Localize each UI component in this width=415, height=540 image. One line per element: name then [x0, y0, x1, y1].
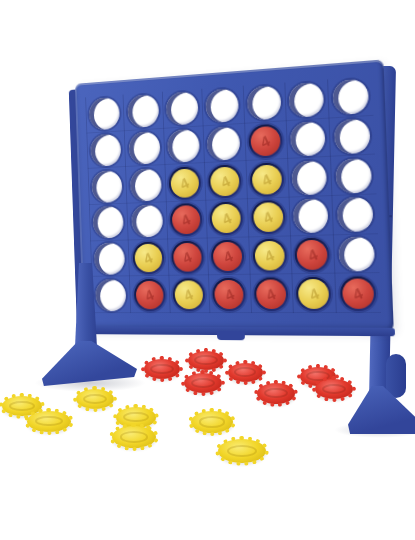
ground-disc-red-1[interactable] [144, 359, 180, 379]
red-disc[interactable] [213, 242, 243, 272]
board-grid [85, 76, 381, 313]
empty-hole [92, 170, 123, 203]
yellow-disc[interactable] [134, 244, 162, 273]
cell-r3-c3[interactable] [164, 163, 205, 202]
red-disc[interactable] [173, 243, 202, 272]
cell-r5-c6[interactable] [290, 235, 335, 275]
empty-hole [207, 126, 241, 161]
hole-with-disc [296, 276, 332, 310]
cell-r4-c7[interactable] [332, 194, 378, 235]
empty-hole [131, 205, 163, 238]
hole-with-disc [168, 166, 201, 200]
yellow-disc[interactable] [174, 280, 203, 309]
yellow-disc[interactable] [253, 202, 284, 232]
cell-r2-c7[interactable] [329, 115, 375, 157]
hole-with-disc [295, 238, 331, 273]
empty-hole [93, 206, 124, 239]
cell-r6-c7[interactable] [335, 273, 381, 313]
empty-hole [166, 91, 199, 126]
empty-hole [128, 131, 160, 165]
cell-r1-c4[interactable] [202, 86, 244, 126]
hole-with-disc [212, 277, 246, 310]
hole-with-disc [210, 202, 244, 236]
empty-hole [90, 133, 121, 166]
cell-r3-c7[interactable] [331, 155, 377, 196]
cell-r2-c1[interactable] [86, 131, 125, 169]
cell-r2-c6[interactable] [286, 118, 331, 159]
cell-r4-c4[interactable] [206, 199, 248, 238]
hole-with-disc [132, 242, 164, 275]
cell-r2-c3[interactable] [163, 126, 204, 165]
cell-r4-c2[interactable] [127, 202, 167, 240]
yellow-disc[interactable] [170, 168, 199, 198]
red-disc[interactable] [250, 126, 281, 157]
ground-disc-red-3[interactable] [184, 373, 222, 393]
empty-hole [206, 88, 240, 123]
ground-disc-yellow-14[interactable] [218, 439, 266, 463]
ground-disc-red-4[interactable] [228, 363, 263, 382]
red-disc[interactable] [297, 240, 328, 270]
empty-hole [89, 97, 120, 131]
hole-with-disc [254, 277, 289, 311]
red-disc[interactable] [135, 280, 163, 308]
hole-with-disc [133, 278, 165, 310]
cell-r6-c1[interactable] [91, 277, 130, 314]
cell-r3-c2[interactable] [126, 165, 166, 203]
yellow-disc[interactable] [298, 279, 329, 309]
cell-r3-c1[interactable] [88, 167, 127, 205]
empty-hole [292, 160, 328, 195]
empty-hole [129, 168, 161, 201]
empty-hole [127, 94, 159, 128]
hole-with-disc [171, 241, 204, 274]
cell-r6-c2[interactable] [129, 276, 169, 313]
hole-with-disc [339, 276, 376, 311]
ground-disc-red-5[interactable] [257, 383, 295, 404]
cell-r5-c2[interactable] [128, 239, 168, 276]
cell-r4-c1[interactable] [89, 204, 128, 241]
cell-r5-c1[interactable] [90, 240, 129, 277]
empty-hole [167, 129, 200, 163]
cell-r3-c6[interactable] [287, 157, 332, 198]
cell-r6-c6[interactable] [292, 274, 337, 313]
ground-disc-red-2[interactable] [188, 351, 224, 370]
empty-hole [293, 199, 329, 234]
cell-r5-c4[interactable] [207, 237, 249, 275]
ground-disc-yellow-10[interactable] [76, 389, 114, 409]
connect-four-scene [0, 0, 415, 540]
cell-r1-c7[interactable] [328, 76, 374, 118]
hole-with-disc [252, 239, 287, 273]
empty-hole [95, 279, 126, 311]
hole-with-disc [251, 200, 286, 234]
empty-hole [337, 197, 374, 232]
empty-hole [332, 79, 369, 116]
right-stand-foot [348, 386, 415, 434]
cell-r1-c5[interactable] [242, 83, 285, 124]
red-disc[interactable] [215, 280, 245, 309]
empty-hole [335, 158, 372, 194]
cell-r5-c3[interactable] [167, 238, 208, 276]
hole-with-disc [170, 203, 203, 237]
cell-r1-c3[interactable] [162, 89, 203, 129]
hole-with-disc [250, 162, 285, 197]
hole-with-disc [208, 164, 242, 198]
cell-r6-c4[interactable] [208, 275, 250, 313]
cell-r5-c7[interactable] [333, 234, 379, 274]
cell-r1-c1[interactable] [85, 95, 124, 134]
board-frame [75, 59, 394, 331]
red-disc[interactable] [256, 279, 287, 309]
cell-r6-c5[interactable] [249, 275, 293, 314]
cell-r4-c3[interactable] [166, 201, 207, 239]
cell-r3-c5[interactable] [245, 159, 289, 199]
red-disc[interactable] [172, 205, 201, 234]
board [75, 59, 394, 331]
board-base-tab [217, 331, 245, 340]
empty-hole [334, 118, 371, 154]
red-disc[interactable] [342, 278, 374, 308]
yellow-disc[interactable] [254, 241, 285, 271]
cell-r4-c5[interactable] [247, 198, 291, 237]
hole-with-disc [172, 278, 205, 311]
ground-disc-yellow-9[interactable] [27, 411, 71, 432]
cell-r3-c4[interactable] [204, 161, 246, 200]
ground-disc-red-7[interactable] [315, 379, 353, 399]
yellow-disc[interactable] [210, 166, 240, 196]
cell-r5-c5[interactable] [248, 236, 292, 275]
yellow-disc[interactable] [212, 204, 242, 234]
ground-disc-yellow-13[interactable] [191, 411, 233, 433]
ground-disc-yellow-12[interactable] [112, 426, 156, 448]
cell-r6-c3[interactable] [168, 276, 209, 313]
cell-r2-c4[interactable] [203, 124, 245, 164]
right-stand-heel [386, 354, 406, 398]
empty-hole [290, 121, 326, 157]
empty-hole [289, 82, 325, 118]
empty-hole [94, 242, 125, 274]
cell-r1-c6[interactable] [284, 79, 329, 121]
empty-hole [338, 236, 375, 271]
cell-r2-c2[interactable] [124, 129, 164, 168]
yellow-disc[interactable] [252, 164, 283, 195]
empty-hole [247, 85, 282, 121]
cell-r2-c5[interactable] [244, 121, 287, 161]
cell-r1-c2[interactable] [123, 92, 163, 131]
cell-r4-c6[interactable] [289, 196, 334, 236]
hole-with-disc [211, 240, 245, 274]
hole-with-disc [248, 124, 283, 159]
